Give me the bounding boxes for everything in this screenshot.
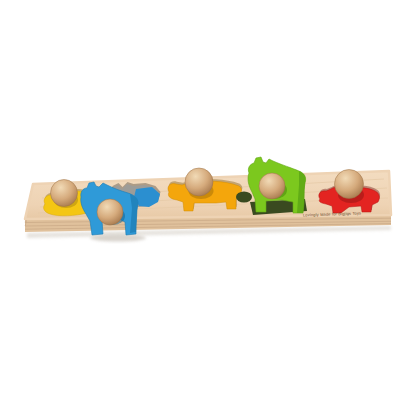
blue-horse-knob-ball[interactable] [97, 199, 123, 225]
green-recess-head-fragment [236, 192, 252, 203]
green-horse-knob-ball[interactable] [259, 173, 285, 199]
blue-horse-floor-shadow [90, 235, 146, 242]
product-photo: Lovingly Made for Bigjigs Toys [0, 0, 400, 400]
duck-knob-ball[interactable] [51, 180, 78, 207]
pig-knob-ball[interactable] [335, 170, 364, 199]
puzzle-scene: Lovingly Made for Bigjigs Toys [0, 0, 400, 400]
sheep-knob-ball[interactable] [185, 168, 213, 196]
